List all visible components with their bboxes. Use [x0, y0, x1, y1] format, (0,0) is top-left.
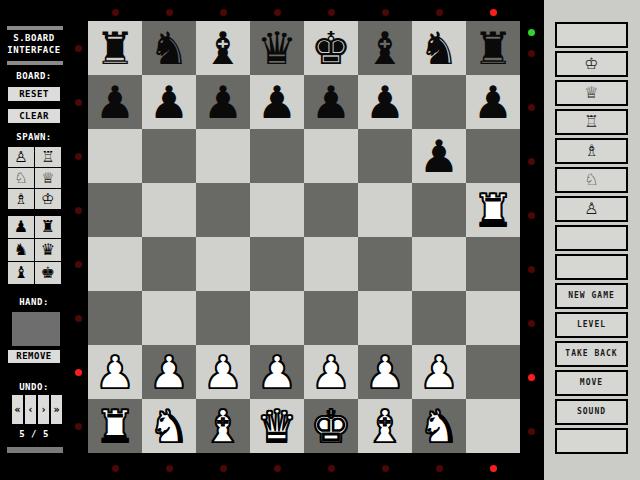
board-square-h6[interactable] [466, 129, 520, 183]
board-square-d6[interactable] [250, 129, 304, 183]
board-square-g3[interactable] [412, 291, 466, 345]
board-square-g6[interactable]: ♟ [412, 129, 466, 183]
board-square-d7[interactable]: ♟ [250, 75, 304, 129]
hand-slot[interactable] [12, 312, 60, 346]
panel-piece-bishop[interactable]: ♗ [555, 138, 628, 164]
board-square-b2[interactable]: ♟ [142, 345, 196, 399]
spawn-black-rook-button[interactable]: ♜ [35, 216, 61, 238]
title-divider-top [7, 26, 63, 30]
spawn-white-queen-button[interactable]: ♕ [35, 168, 61, 188]
board-section-label: BOARD: [0, 71, 68, 81]
board-square-f1[interactable]: ♝ [358, 399, 412, 453]
led-left-rank5 [75, 207, 82, 214]
board-square-f2[interactable]: ♟ [358, 345, 412, 399]
board-square-c4[interactable] [196, 237, 250, 291]
spawn-white-king-button[interactable]: ♔ [35, 189, 61, 209]
piece-white-bishop-c1[interactable]: ♝ [203, 399, 243, 454]
led-bottom-c [220, 465, 227, 472]
board-square-a2[interactable]: ♟ [88, 345, 142, 399]
piece-white-pawn-b2[interactable]: ♟ [149, 345, 189, 400]
board-square-h8[interactable]: ♜ [466, 21, 520, 75]
board-square-a4[interactable] [88, 237, 142, 291]
undo-last-button[interactable]: » [51, 395, 62, 424]
undo-forward-button[interactable]: › [38, 395, 49, 424]
led-right-rank7 [528, 104, 535, 111]
board-square-e5[interactable] [304, 183, 358, 237]
led-bottom-g [436, 465, 443, 472]
board-square-h4[interactable] [466, 237, 520, 291]
right-panel: ♔♕♖♗♘♙NEW GAMELEVELTAKE BACKMOVESOUND [544, 0, 640, 480]
spawn-black-queen-button[interactable]: ♛ [35, 239, 61, 261]
board-square-b3[interactable] [142, 291, 196, 345]
board-square-a5[interactable] [88, 183, 142, 237]
led-top-g [436, 9, 443, 16]
board-square-e6[interactable] [304, 129, 358, 183]
panel-piece-king[interactable]: ♔ [555, 51, 628, 77]
led-turn-indicator [528, 29, 535, 36]
led-top-f [382, 9, 389, 16]
board-square-b4[interactable] [142, 237, 196, 291]
led-bottom-h [490, 465, 497, 472]
board-square-f4[interactable] [358, 237, 412, 291]
undo-back-button[interactable]: ‹ [25, 395, 36, 424]
led-bottom-b [166, 465, 173, 472]
board-square-c3[interactable] [196, 291, 250, 345]
spawn-black-bishop-button[interactable]: ♝ [8, 262, 34, 284]
piece-black-king-e8[interactable]: ♚ [311, 21, 351, 76]
piece-white-knight-g1[interactable]: ♞ [419, 399, 459, 454]
board-square-b7[interactable]: ♟ [142, 75, 196, 129]
led-left-rank8 [75, 45, 82, 52]
led-bottom-e [328, 465, 335, 472]
led-right-rank4 [528, 266, 535, 273]
piece-white-pawn-d2[interactable]: ♟ [257, 345, 297, 400]
led-top-c [220, 9, 227, 16]
piece-black-bishop-f8[interactable]: ♝ [365, 21, 405, 76]
sidebar-footer-bar [7, 447, 63, 453]
led-left-rank4 [75, 261, 82, 268]
led-right-rank1 [528, 428, 535, 435]
board-square-b1[interactable]: ♞ [142, 399, 196, 453]
piece-black-pawn-e7[interactable]: ♟ [311, 75, 351, 130]
panel-piece-pawn[interactable]: ♙ [555, 196, 628, 222]
board-square-c2[interactable]: ♟ [196, 345, 250, 399]
board-square-g2[interactable]: ♟ [412, 345, 466, 399]
board-square-c8[interactable]: ♝ [196, 21, 250, 75]
level-button[interactable]: LEVEL [555, 312, 628, 338]
spawn-section-label: SPAWN: [0, 132, 68, 142]
led-left-rank6 [75, 153, 82, 160]
board-square-a6[interactable] [88, 129, 142, 183]
spawn-black-pawn-button[interactable]: ♟ [8, 216, 34, 238]
piece-black-pawn-h7[interactable]: ♟ [473, 75, 513, 130]
piece-white-queen-d1[interactable]: ♛ [257, 399, 297, 454]
piece-black-rook-h8[interactable]: ♜ [473, 21, 513, 76]
board-square-e4[interactable] [304, 237, 358, 291]
board-square-f8[interactable]: ♝ [358, 21, 412, 75]
board-square-c1[interactable]: ♝ [196, 399, 250, 453]
piece-white-pawn-c2[interactable]: ♟ [203, 345, 243, 400]
board-square-d8[interactable]: ♛ [250, 21, 304, 75]
piece-white-pawn-a2[interactable]: ♟ [95, 345, 135, 400]
spawn-palette-white: ♙♖♘♕♗♔ [8, 147, 61, 209]
led-left-rank1 [75, 423, 82, 430]
panel-slot-empty-3 [555, 254, 628, 280]
title-divider-bottom [7, 61, 63, 65]
piece-white-knight-b1[interactable]: ♞ [149, 399, 189, 454]
panel-piece-rook[interactable]: ♖ [555, 109, 628, 135]
piece-white-bishop-f1[interactable]: ♝ [365, 399, 405, 454]
led-right-rank8 [528, 50, 535, 57]
board-square-e7[interactable]: ♟ [304, 75, 358, 129]
piece-white-rook-h5[interactable]: ♜ [473, 183, 513, 238]
board-square-g4[interactable] [412, 237, 466, 291]
board-square-f5[interactable] [358, 183, 412, 237]
board-square-a3[interactable] [88, 291, 142, 345]
piece-white-pawn-g2[interactable]: ♟ [419, 345, 459, 400]
board-square-b6[interactable] [142, 129, 196, 183]
undo-first-button[interactable]: « [12, 395, 23, 424]
app-title-line1: S.BOARD [0, 33, 68, 43]
clear-button[interactable]: CLEAR [8, 109, 60, 123]
board-square-f7[interactable]: ♟ [358, 75, 412, 129]
piece-black-rook-a8[interactable]: ♜ [95, 21, 135, 76]
sboard-app: S.BOARD INTERFACE BOARD: RESET CLEAR SPA… [0, 0, 640, 480]
piece-black-knight-g8[interactable]: ♞ [419, 21, 459, 76]
panel-piece-knight[interactable]: ♘ [555, 167, 628, 193]
board-square-b5[interactable] [142, 183, 196, 237]
piece-white-pawn-e2[interactable]: ♟ [311, 345, 351, 400]
panel-slot-empty-4 [555, 428, 628, 454]
piece-black-bishop-c8[interactable]: ♝ [203, 21, 243, 76]
piece-black-pawn-g6[interactable]: ♟ [419, 129, 459, 184]
led-top-b [166, 9, 173, 16]
board-square-h5[interactable]: ♜ [466, 183, 520, 237]
board-square-h1[interactable] [466, 399, 520, 453]
board-square-e3[interactable] [304, 291, 358, 345]
board-square-a1[interactable]: ♜ [88, 399, 142, 453]
piece-white-pawn-f2[interactable]: ♟ [365, 345, 405, 400]
led-right-rank6 [528, 158, 535, 165]
move-button[interactable]: MOVE [555, 370, 628, 396]
board-square-g1[interactable]: ♞ [412, 399, 466, 453]
panel-piece-queen[interactable]: ♕ [555, 80, 628, 106]
panel-slot-empty-2 [555, 225, 628, 251]
spawn-black-king-button[interactable]: ♚ [35, 262, 61, 284]
board-square-d3[interactable] [250, 291, 304, 345]
board-square-b8[interactable]: ♞ [142, 21, 196, 75]
board-square-d2[interactable]: ♟ [250, 345, 304, 399]
led-left-rank2 [75, 369, 82, 376]
led-bottom-d [274, 465, 281, 472]
piece-black-pawn-a7[interactable]: ♟ [95, 75, 135, 130]
led-right-rank2 [528, 374, 535, 381]
board-square-d1[interactable]: ♛ [250, 399, 304, 453]
piece-black-knight-b8[interactable]: ♞ [149, 21, 189, 76]
board-square-h7[interactable]: ♟ [466, 75, 520, 129]
piece-black-pawn-b7[interactable]: ♟ [149, 75, 189, 130]
chess-board: ♜♞♝♛♚♝♞♜♟♟♟♟♟♟♟♟♜♟♟♟♟♟♟♟♜♞♝♛♚♝♞ [88, 21, 520, 453]
spawn-white-knight-button[interactable]: ♘ [8, 168, 34, 188]
piece-black-pawn-f7[interactable]: ♟ [365, 75, 405, 130]
take-back-button[interactable]: TAKE BACK [555, 341, 628, 367]
undo-section-label: UNDO: [0, 382, 68, 392]
led-right-rank3 [528, 320, 535, 327]
board-square-f6[interactable] [358, 129, 412, 183]
led-top-a [112, 9, 119, 16]
sound-button[interactable]: SOUND [555, 399, 628, 425]
board-square-g8[interactable]: ♞ [412, 21, 466, 75]
spawn-white-bishop-button[interactable]: ♗ [8, 189, 34, 209]
board-square-e2[interactable]: ♟ [304, 345, 358, 399]
board-square-e1[interactable]: ♚ [304, 399, 358, 453]
led-top-e [328, 9, 335, 16]
undo-counter: 5 / 5 [0, 429, 68, 439]
led-left-rank3 [75, 315, 82, 322]
led-top-d [274, 9, 281, 16]
reset-button[interactable]: RESET [8, 87, 60, 101]
piece-black-pawn-c7[interactable]: ♟ [203, 75, 243, 130]
board-square-c7[interactable]: ♟ [196, 75, 250, 129]
led-left-rank7 [75, 99, 82, 106]
undo-controls: «‹›» [12, 395, 62, 424]
board-square-g5[interactable] [412, 183, 466, 237]
board-square-e8[interactable]: ♚ [304, 21, 358, 75]
board-square-h3[interactable] [466, 291, 520, 345]
led-bottom-a [112, 465, 119, 472]
board-square-c6[interactable] [196, 129, 250, 183]
piece-white-rook-a1[interactable]: ♜ [95, 399, 135, 454]
remove-button[interactable]: REMOVE [8, 350, 60, 363]
piece-white-king-e1[interactable]: ♚ [311, 399, 351, 454]
led-top-h [490, 9, 497, 16]
new-game-button[interactable]: NEW GAME [555, 283, 628, 309]
led-right-rank5 [528, 212, 535, 219]
piece-black-pawn-d7[interactable]: ♟ [257, 75, 297, 130]
spawn-black-knight-button[interactable]: ♞ [8, 239, 34, 261]
panel-slot-empty-1 [555, 22, 628, 48]
board-square-a7[interactable]: ♟ [88, 75, 142, 129]
board-square-c5[interactable] [196, 183, 250, 237]
board-square-a8[interactable]: ♜ [88, 21, 142, 75]
board-square-d4[interactable] [250, 237, 304, 291]
led-bottom-f [382, 465, 389, 472]
board-square-h2[interactable] [466, 345, 520, 399]
board-square-g7[interactable] [412, 75, 466, 129]
spawn-white-pawn-button[interactable]: ♙ [8, 147, 34, 167]
board-square-f3[interactable] [358, 291, 412, 345]
spawn-white-rook-button[interactable]: ♖ [35, 147, 61, 167]
piece-black-queen-d8[interactable]: ♛ [257, 21, 297, 76]
spawn-palette-black: ♟♜♞♛♝♚ [8, 216, 61, 284]
hand-section-label: HAND: [0, 297, 68, 307]
board-square-d5[interactable] [250, 183, 304, 237]
app-title-line2: INTERFACE [0, 45, 68, 55]
